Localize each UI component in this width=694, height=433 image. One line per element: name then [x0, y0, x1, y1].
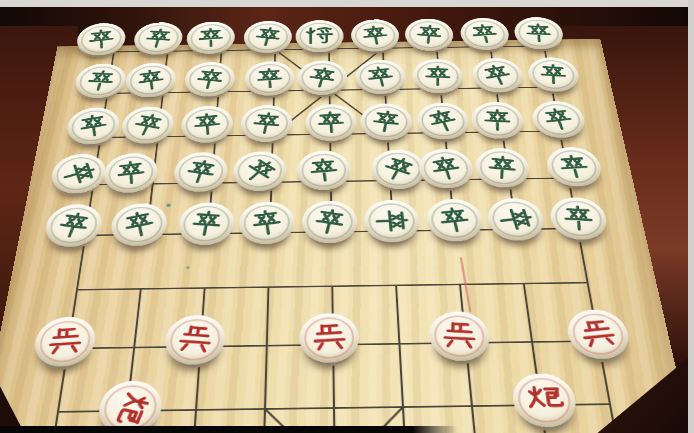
- black-soldier-glyph: [134, 67, 169, 93]
- black-soldier-glyph: [58, 157, 99, 190]
- black-soldier-glyph: [367, 108, 404, 135]
- xiangqi-board: [0, 39, 694, 433]
- black-soldier-glyph: [434, 205, 475, 235]
- intersection[interactable]: [299, 375, 369, 433]
- black-soldier-glyph: [186, 209, 227, 238]
- black-soldier-glyph: [313, 110, 348, 135]
- red-soldier-glyph: [45, 324, 86, 358]
- black-soldier-glyph: [412, 23, 445, 46]
- intersection[interactable]: [238, 207, 301, 260]
- black-soldier-glyph: [467, 22, 503, 45]
- black-soldier-glyph: [303, 65, 341, 91]
- black-soldier-glyph: [82, 69, 120, 92]
- piece-red-soldier[interactable]: [564, 309, 632, 359]
- black-soldier-glyph: [247, 207, 286, 238]
- black-soldier-glyph: [51, 210, 96, 241]
- black-soldier-glyph: [140, 27, 176, 49]
- piece-black-soldier[interactable]: [297, 60, 347, 95]
- piece-black-soldier[interactable]: [355, 60, 406, 95]
- piece-red-soldier[interactable]: [299, 313, 359, 363]
- black-soldier-glyph: [522, 22, 555, 44]
- intersection[interactable]: [503, 372, 581, 433]
- black-general-glyph: [304, 26, 335, 47]
- intersection[interactable]: [18, 379, 97, 433]
- piece-black-soldier[interactable]: [548, 197, 611, 240]
- black-soldier-glyph: [358, 24, 393, 47]
- intersection[interactable]: [361, 205, 426, 258]
- black-soldier-glyph: [250, 25, 286, 49]
- piece-grid: [0, 26, 682, 433]
- intersection[interactable]: [489, 256, 561, 313]
- intersection[interactable]: [430, 313, 502, 375]
- intersection[interactable]: [50, 209, 120, 262]
- black-soldier-glyph: [494, 204, 537, 235]
- black-soldier-glyph: [422, 65, 454, 88]
- intersection[interactable]: [232, 315, 300, 377]
- intersection[interactable]: [551, 255, 625, 312]
- black-soldier-glyph: [362, 64, 399, 89]
- black-soldier-glyph: [305, 156, 342, 184]
- red-cannon-glyph: [522, 383, 567, 418]
- black-soldier-glyph: [560, 204, 598, 233]
- intersection[interactable]: [29, 318, 105, 380]
- intersection[interactable]: [365, 314, 435, 376]
- piece-black-soldier[interactable]: [297, 150, 351, 190]
- piece-red-soldier[interactable]: [31, 317, 98, 367]
- red-soldier-glyph: [440, 319, 479, 353]
- intersection[interactable]: [300, 258, 365, 315]
- intersection[interactable]: [560, 311, 637, 373]
- intersection[interactable]: [367, 374, 440, 433]
- black-soldier-glyph: [247, 110, 285, 136]
- piece-black-soldier[interactable]: [185, 21, 235, 54]
- piece-red-soldier[interactable]: [163, 315, 226, 365]
- piece-black-soldier[interactable]: [243, 21, 292, 54]
- piece-black-soldier[interactable]: [244, 61, 295, 96]
- black-soldier-glyph: [309, 206, 351, 238]
- intersection[interactable]: [301, 157, 361, 207]
- piece-black-soldier[interactable]: [363, 200, 420, 243]
- intersection[interactable]: [158, 377, 232, 433]
- intersection[interactable]: [241, 158, 302, 208]
- photo-edge-strip-right: [688, 0, 694, 433]
- intersection[interactable]: [170, 260, 238, 317]
- piece-black-soldier[interactable]: [240, 105, 292, 142]
- intersection[interactable]: [535, 154, 603, 203]
- piece-black-soldier[interactable]: [425, 199, 484, 242]
- black-soldier-glyph: [180, 157, 222, 187]
- black-soldier-glyph: [422, 106, 464, 135]
- intersection[interactable]: [175, 207, 240, 260]
- black-soldier-glyph: [113, 158, 149, 187]
- piece-black-soldier[interactable]: [351, 19, 400, 52]
- intersection[interactable]: [363, 257, 430, 314]
- piece-red-soldier[interactable]: [428, 311, 492, 361]
- intersection[interactable]: [418, 155, 482, 205]
- black-soldier-glyph: [191, 67, 228, 92]
- piece-black-soldier[interactable]: [232, 151, 286, 191]
- black-soldier-glyph: [376, 153, 421, 186]
- black-soldier-glyph: [195, 26, 226, 48]
- intersection[interactable]: [422, 204, 489, 257]
- black-soldier-glyph: [373, 207, 411, 236]
- intersection[interactable]: [495, 312, 570, 374]
- intersection[interactable]: [476, 155, 542, 205]
- piece-black-soldier[interactable]: [238, 201, 294, 244]
- black-soldier-glyph: [554, 153, 595, 180]
- intersection[interactable]: [360, 156, 422, 206]
- black-soldier-glyph: [481, 108, 515, 133]
- black-soldier-glyph: [119, 208, 160, 241]
- piece-black-soldier[interactable]: [486, 198, 547, 241]
- intersection[interactable]: [426, 256, 495, 313]
- red-soldier-glyph: [575, 316, 622, 351]
- piece-black-general[interactable]: [295, 20, 343, 53]
- piece-black-soldier[interactable]: [302, 201, 358, 244]
- piece-black-soldier[interactable]: [418, 149, 475, 189]
- intersection[interactable]: [543, 202, 614, 255]
- red-soldier-glyph: [309, 321, 350, 355]
- intersection[interactable]: [97, 317, 170, 379]
- intersection[interactable]: [88, 378, 164, 433]
- piece-red-cannon[interactable]: [510, 373, 579, 427]
- black-soldier-glyph: [478, 62, 518, 88]
- black-soldier-glyph: [253, 66, 286, 90]
- black-soldier-glyph: [538, 106, 579, 133]
- black-soldier-glyph: [75, 112, 111, 140]
- piece-black-soldier[interactable]: [474, 148, 532, 188]
- red-soldier-glyph: [173, 322, 217, 356]
- intersection[interactable]: [301, 206, 364, 259]
- photo-edge-strip-top: [0, 0, 694, 7]
- piece-black-soldier[interactable]: [177, 202, 235, 245]
- black-soldier-glyph: [484, 154, 520, 182]
- black-soldier-glyph: [190, 111, 225, 137]
- red-cannon-glyph: [104, 387, 156, 429]
- black-soldier-glyph: [85, 27, 117, 51]
- photo-edge-bar-bottom: [0, 426, 458, 433]
- black-soldier-glyph: [425, 154, 467, 184]
- intersection[interactable]: [105, 261, 175, 318]
- black-soldier-glyph: [537, 63, 570, 87]
- piece-black-soldier[interactable]: [305, 104, 357, 141]
- intersection[interactable]: [40, 262, 113, 319]
- intersection[interactable]: [435, 373, 511, 433]
- intersection[interactable]: [235, 259, 300, 316]
- intersection[interactable]: [300, 314, 368, 376]
- black-soldier-glyph: [126, 111, 168, 140]
- black-soldier-glyph: [236, 153, 284, 189]
- intersection[interactable]: [164, 316, 235, 378]
- intersection[interactable]: [482, 203, 551, 256]
- photo-of-xiangqi-board: [0, 0, 694, 433]
- intersection[interactable]: [113, 208, 180, 261]
- intersection[interactable]: [229, 376, 300, 433]
